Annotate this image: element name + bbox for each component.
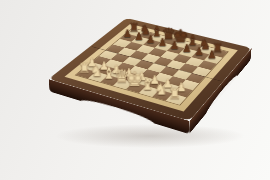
board-top-surface: ♜♞♝♛♚♝♞♜♟♟♟♟♟♟♟♟♟♟♟♟♟♟♟♟♜♞♝♛♚♝♞♜ — [49, 18, 252, 121]
chessboard: ♜♞♝♛♚♝♞♜♟♟♟♟♟♟♟♟♟♟♟♟♟♟♟♟♜♞♝♛♚♝♞♜ — [49, 18, 252, 121]
square-h1[interactable]: ♜ — [166, 94, 186, 105]
board-grid: ♜♞♝♛♚♝♞♜♟♟♟♟♟♟♟♟♟♟♟♟♟♟♟♟♜♞♝♛♚♝♞♜ — [75, 28, 229, 106]
scene: ♜♞♝♛♚♝♞♜♟♟♟♟♟♟♟♟♟♟♟♟♟♟♟♟♜♞♝♛♚♝♞♜ — [0, 0, 270, 180]
square-h7[interactable]: ♟ — [204, 54, 222, 63]
white-rook[interactable]: ♜ — [154, 87, 196, 101]
black-pawn[interactable]: ♟ — [193, 50, 231, 61]
product-photo-background: ♜♞♝♛♚♝♞♜♟♟♟♟♟♟♟♟♟♟♟♟♟♟♟♟♜♞♝♛♚♝♞♜ — [0, 0, 270, 180]
